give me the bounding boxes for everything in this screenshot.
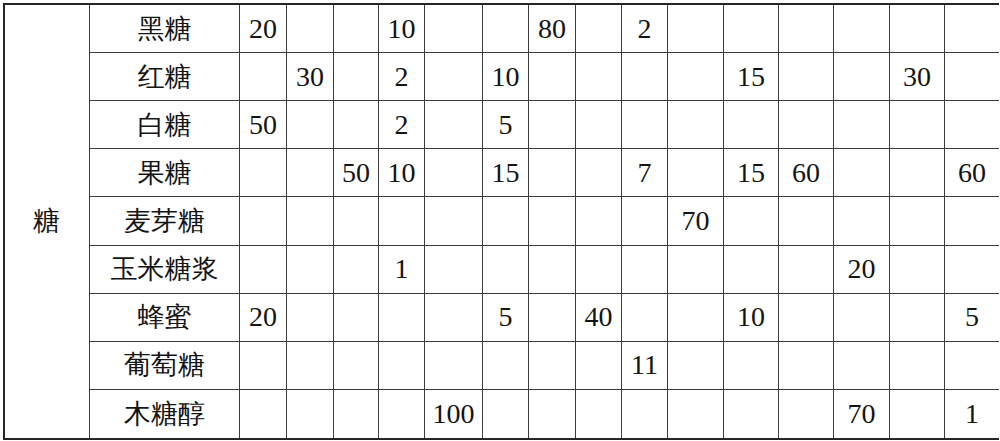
value-cell-r6-c9 <box>622 246 668 294</box>
value-cell-r1-c6 <box>483 5 529 53</box>
sugar-ingredient-table: 糖黑糖2010802红糖302101530白糖5025果糖50101571560… <box>3 3 999 440</box>
value-cell-r7-c6: 5 <box>483 294 529 342</box>
value-cell-r1-c1: 20 <box>240 5 287 53</box>
row-label-4: 果糖 <box>90 149 240 197</box>
value-cell-r4-c7 <box>529 149 576 197</box>
value-cell-r3-c2 <box>287 101 334 149</box>
value-cell-r9-c12 <box>779 390 834 438</box>
value-cell-r2-c8 <box>576 53 622 101</box>
value-cell-r6-c3 <box>334 246 379 294</box>
value-cell-r2-c15 <box>945 53 999 101</box>
value-cell-r8-c13 <box>834 342 890 390</box>
value-cell-r8-c3 <box>334 342 379 390</box>
row-label-5: 麦芽糖 <box>90 197 240 245</box>
value-cell-r2-c13 <box>834 53 890 101</box>
value-cell-r5-c7 <box>529 197 576 245</box>
value-cell-r5-c4 <box>379 197 425 245</box>
value-cell-r6-c12 <box>779 246 834 294</box>
value-cell-r4-c6: 15 <box>483 149 529 197</box>
value-cell-r9-c6 <box>483 390 529 438</box>
value-cell-r7-c12 <box>779 294 834 342</box>
value-cell-r4-c3: 50 <box>334 149 379 197</box>
value-cell-r5-c13 <box>834 197 890 245</box>
value-cell-r9-c4 <box>379 390 425 438</box>
value-cell-r3-c13 <box>834 101 890 149</box>
value-cell-r9-c15: 1 <box>945 390 999 438</box>
value-cell-r4-c12: 60 <box>779 149 834 197</box>
row-label-2: 红糖 <box>90 53 240 101</box>
value-cell-r8-c14 <box>890 342 945 390</box>
value-cell-r7-c15: 5 <box>945 294 999 342</box>
value-cell-r7-c9 <box>622 294 668 342</box>
row-label-3: 白糖 <box>90 101 240 149</box>
value-cell-r2-c9 <box>622 53 668 101</box>
value-cell-r3-c9 <box>622 101 668 149</box>
value-cell-r2-c11: 15 <box>724 53 779 101</box>
value-cell-r1-c4: 10 <box>379 5 425 53</box>
value-cell-r8-c8 <box>576 342 622 390</box>
value-cell-r8-c4 <box>379 342 425 390</box>
row-label-1: 黑糖 <box>90 5 240 53</box>
value-cell-r4-c11: 15 <box>724 149 779 197</box>
value-cell-r4-c13 <box>834 149 890 197</box>
value-cell-r9-c5: 100 <box>425 390 483 438</box>
value-cell-r1-c7: 80 <box>529 5 576 53</box>
value-cell-r1-c8 <box>576 5 622 53</box>
value-cell-r2-c10 <box>668 53 724 101</box>
value-cell-r7-c3 <box>334 294 379 342</box>
value-cell-r1-c12 <box>779 5 834 53</box>
value-cell-r2-c2: 30 <box>287 53 334 101</box>
value-cell-r4-c15: 60 <box>945 149 999 197</box>
row-label-6: 玉米糖浆 <box>90 246 240 294</box>
value-cell-r5-c9 <box>622 197 668 245</box>
value-cell-r4-c14 <box>890 149 945 197</box>
value-cell-r7-c4 <box>379 294 425 342</box>
value-cell-r6-c4: 1 <box>379 246 425 294</box>
value-cell-r9-c8 <box>576 390 622 438</box>
value-cell-r9-c1 <box>240 390 287 438</box>
value-cell-r5-c3 <box>334 197 379 245</box>
value-cell-r7-c5 <box>425 294 483 342</box>
value-cell-r5-c8 <box>576 197 622 245</box>
value-cell-r8-c7 <box>529 342 576 390</box>
group-label-sugar: 糖 <box>5 5 90 438</box>
value-cell-r4-c1 <box>240 149 287 197</box>
value-cell-r9-c11 <box>724 390 779 438</box>
value-cell-r1-c15 <box>945 5 999 53</box>
value-cell-r6-c5 <box>425 246 483 294</box>
value-cell-r8-c9: 11 <box>622 342 668 390</box>
value-cell-r8-c2 <box>287 342 334 390</box>
value-cell-r5-c10: 70 <box>668 197 724 245</box>
value-cell-r3-c14 <box>890 101 945 149</box>
value-cell-r1-c10 <box>668 5 724 53</box>
value-cell-r2-c5 <box>425 53 483 101</box>
value-cell-r6-c14 <box>890 246 945 294</box>
value-cell-r3-c6: 5 <box>483 101 529 149</box>
value-cell-r6-c7 <box>529 246 576 294</box>
value-cell-r1-c11 <box>724 5 779 53</box>
value-cell-r9-c14 <box>890 390 945 438</box>
value-cell-r8-c12 <box>779 342 834 390</box>
value-cell-r3-c15 <box>945 101 999 149</box>
value-cell-r7-c14 <box>890 294 945 342</box>
value-cell-r5-c5 <box>425 197 483 245</box>
value-cell-r6-c1 <box>240 246 287 294</box>
value-cell-r4-c5 <box>425 149 483 197</box>
value-cell-r3-c3 <box>334 101 379 149</box>
value-cell-r3-c10 <box>668 101 724 149</box>
value-cell-r3-c5 <box>425 101 483 149</box>
value-cell-r5-c11 <box>724 197 779 245</box>
value-cell-r1-c5 <box>425 5 483 53</box>
value-cell-r8-c1 <box>240 342 287 390</box>
value-cell-r5-c15 <box>945 197 999 245</box>
value-cell-r3-c11 <box>724 101 779 149</box>
value-cell-r2-c3 <box>334 53 379 101</box>
value-cell-r1-c13 <box>834 5 890 53</box>
value-cell-r5-c14 <box>890 197 945 245</box>
value-cell-r9-c9 <box>622 390 668 438</box>
row-label-8: 葡萄糖 <box>90 342 240 390</box>
value-cell-r4-c10 <box>668 149 724 197</box>
value-cell-r7-c13 <box>834 294 890 342</box>
value-cell-r7-c7 <box>529 294 576 342</box>
value-cell-r2-c7 <box>529 53 576 101</box>
value-cell-r6-c10 <box>668 246 724 294</box>
row-label-9: 木糖醇 <box>90 390 240 438</box>
value-cell-r7-c10 <box>668 294 724 342</box>
value-cell-r2-c1 <box>240 53 287 101</box>
value-cell-r1-c2 <box>287 5 334 53</box>
value-cell-r3-c12 <box>779 101 834 149</box>
value-cell-r4-c9: 7 <box>622 149 668 197</box>
value-cell-r8-c11 <box>724 342 779 390</box>
value-cell-r8-c6 <box>483 342 529 390</box>
value-cell-r9-c2 <box>287 390 334 438</box>
value-cell-r3-c8 <box>576 101 622 149</box>
value-cell-r4-c8 <box>576 149 622 197</box>
value-cell-r8-c5 <box>425 342 483 390</box>
value-cell-r1-c3 <box>334 5 379 53</box>
value-cell-r2-c12 <box>779 53 834 101</box>
value-cell-r7-c1: 20 <box>240 294 287 342</box>
value-cell-r7-c8: 40 <box>576 294 622 342</box>
value-cell-r2-c6: 10 <box>483 53 529 101</box>
value-cell-r7-c2 <box>287 294 334 342</box>
value-cell-r6-c11 <box>724 246 779 294</box>
value-cell-r5-c2 <box>287 197 334 245</box>
value-cell-r3-c4: 2 <box>379 101 425 149</box>
value-cell-r6-c8 <box>576 246 622 294</box>
value-cell-r1-c14 <box>890 5 945 53</box>
value-cell-r6-c13: 20 <box>834 246 890 294</box>
value-cell-r8-c10 <box>668 342 724 390</box>
value-cell-r2-c4: 2 <box>379 53 425 101</box>
value-cell-r6-c2 <box>287 246 334 294</box>
value-cell-r6-c15 <box>945 246 999 294</box>
value-cell-r1-c9: 2 <box>622 5 668 53</box>
value-cell-r9-c10 <box>668 390 724 438</box>
value-cell-r5-c1 <box>240 197 287 245</box>
value-cell-r3-c1: 50 <box>240 101 287 149</box>
value-cell-r6-c6 <box>483 246 529 294</box>
value-cell-r5-c6 <box>483 197 529 245</box>
value-cell-r4-c2 <box>287 149 334 197</box>
value-cell-r5-c12 <box>779 197 834 245</box>
value-cell-r9-c13: 70 <box>834 390 890 438</box>
row-label-7: 蜂蜜 <box>90 294 240 342</box>
value-cell-r8-c15 <box>945 342 999 390</box>
value-cell-r9-c7 <box>529 390 576 438</box>
value-cell-r3-c7 <box>529 101 576 149</box>
value-cell-r9-c3 <box>334 390 379 438</box>
value-cell-r2-c14: 30 <box>890 53 945 101</box>
value-cell-r7-c11: 10 <box>724 294 779 342</box>
document-page: 糖黑糖2010802红糖302101530白糖5025果糖50101571560… <box>0 0 1000 441</box>
value-cell-r4-c4: 10 <box>379 149 425 197</box>
